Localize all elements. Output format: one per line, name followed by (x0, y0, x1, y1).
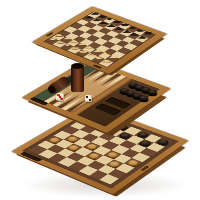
black-pip-die (85, 95, 92, 102)
stacked-black-checker (137, 95, 150, 101)
red-pip-die (55, 92, 64, 101)
white-chess-piece: ♜ (96, 59, 117, 63)
stacked-black-checker (146, 89, 159, 95)
chess-board-tier: ♜♞♝♛♚♝♞♜♟♟♟♟♟♟♟♟♟♟♟♟♟♟♟♟♜♞♝♛♚♝♞♜ (52, 0, 148, 86)
square-7-7: ♜ (99, 59, 113, 67)
product-photo-3in1-game-set: ♜♞♝♛♚♝♞♜♟♟♟♟♟♟♟♟♟♟♟♟♟♟♟♟♜♞♝♛♚♝♞♜ (0, 0, 200, 200)
chess-grid: ♜♞♝♛♚♝♞♜♟♟♟♟♟♟♟♟♟♟♟♟♟♟♟♟♜♞♝♛♚♝♞♜ (45, 12, 154, 67)
chess-board: ♜♞♝♛♚♝♞♜♟♟♟♟♟♟♟♟♟♟♟♟♟♟♟♟♜♞♝♛♚♝♞♜ (43, 11, 155, 67)
chess-tray-top: ♜♞♝♛♚♝♞♜♟♟♟♟♟♟♟♟♟♟♟♟♟♟♟♟♜♞♝♛♚♝♞♜ (32, 6, 167, 74)
dice-cup-standing (71, 66, 84, 92)
